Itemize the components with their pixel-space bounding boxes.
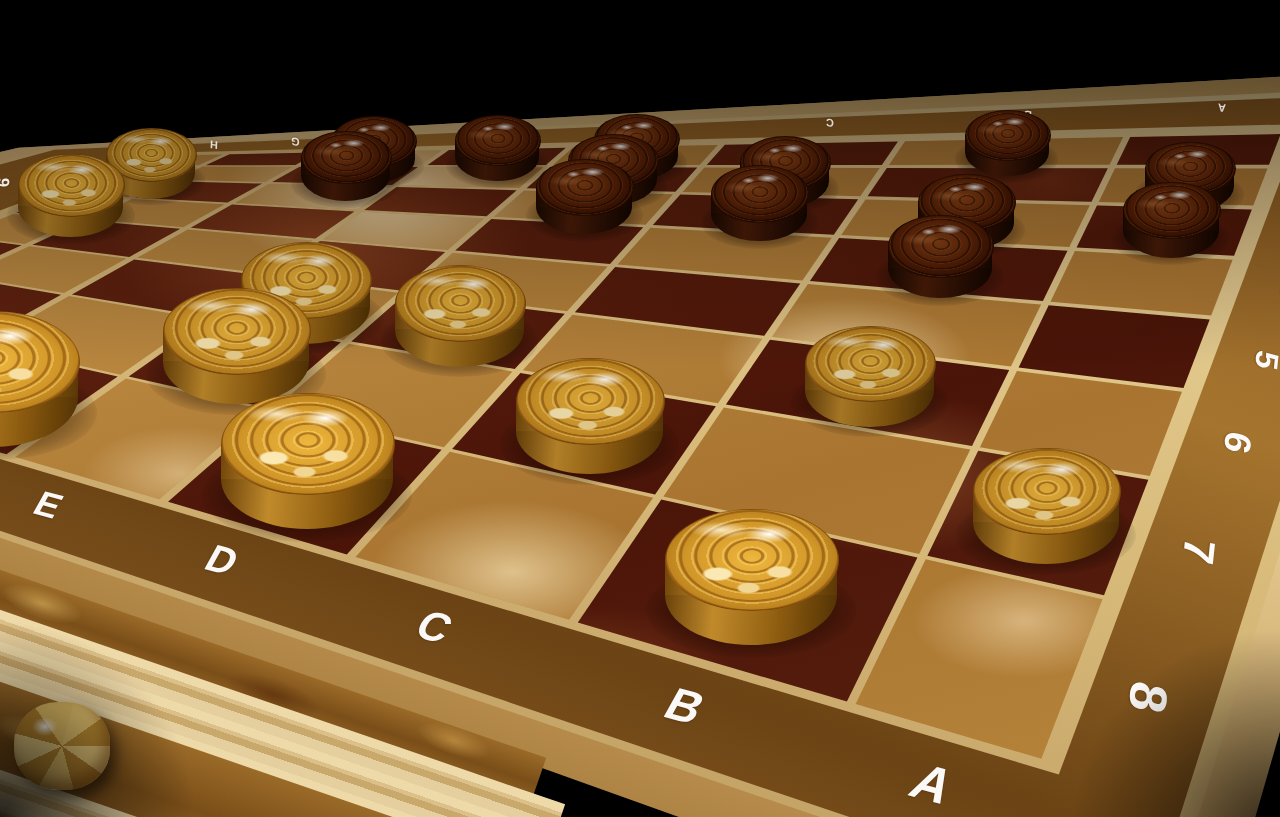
drawer-knob[interactable] [14,702,110,790]
piece-top [455,115,541,166]
piece-top [516,358,665,445]
file-label-far-H: H [210,139,218,151]
file-label-far-C: C [826,116,834,128]
piece-top [805,326,936,403]
board-scene: ABCDEFGH12345678ABCDEFGH456 [0,0,1280,817]
file-label-far-A: A [1218,102,1226,114]
light-piece-D8[interactable] [221,393,393,529]
rank-label-left-3: 6 [0,178,14,188]
piece-top [221,393,395,495]
file-label-far-G: G [291,136,300,148]
light-piece-C7[interactable] [516,358,663,474]
dark-piece-D3[interactable] [536,159,632,235]
light-piece-B6[interactable] [805,326,934,428]
piece-top [536,159,634,217]
piece-top [395,265,526,342]
piece-top [665,509,839,611]
light-piece-D6[interactable] [395,265,524,367]
light-piece-E7[interactable] [163,288,310,404]
piece-top [163,288,312,375]
piece-top [1123,182,1221,240]
light-piece-H4[interactable] [18,154,123,237]
piece-top [965,110,1051,161]
light-piece-B8[interactable] [665,509,837,645]
piece-top [888,215,995,278]
piece-top [18,154,125,217]
light-piece-A7[interactable] [973,448,1120,564]
dark-piece-F2[interactable] [301,131,390,201]
piece-top [973,448,1122,535]
dark-piece-B1[interactable] [965,110,1049,176]
dark-piece-C3[interactable] [711,165,807,241]
dark-piece-A3[interactable] [1123,182,1219,258]
dark-piece-E1[interactable] [455,115,539,181]
light-piece-F8[interactable] [0,311,78,447]
dark-piece-B4[interactable] [888,215,993,298]
piece-top [711,165,809,223]
piece-top [301,131,392,185]
